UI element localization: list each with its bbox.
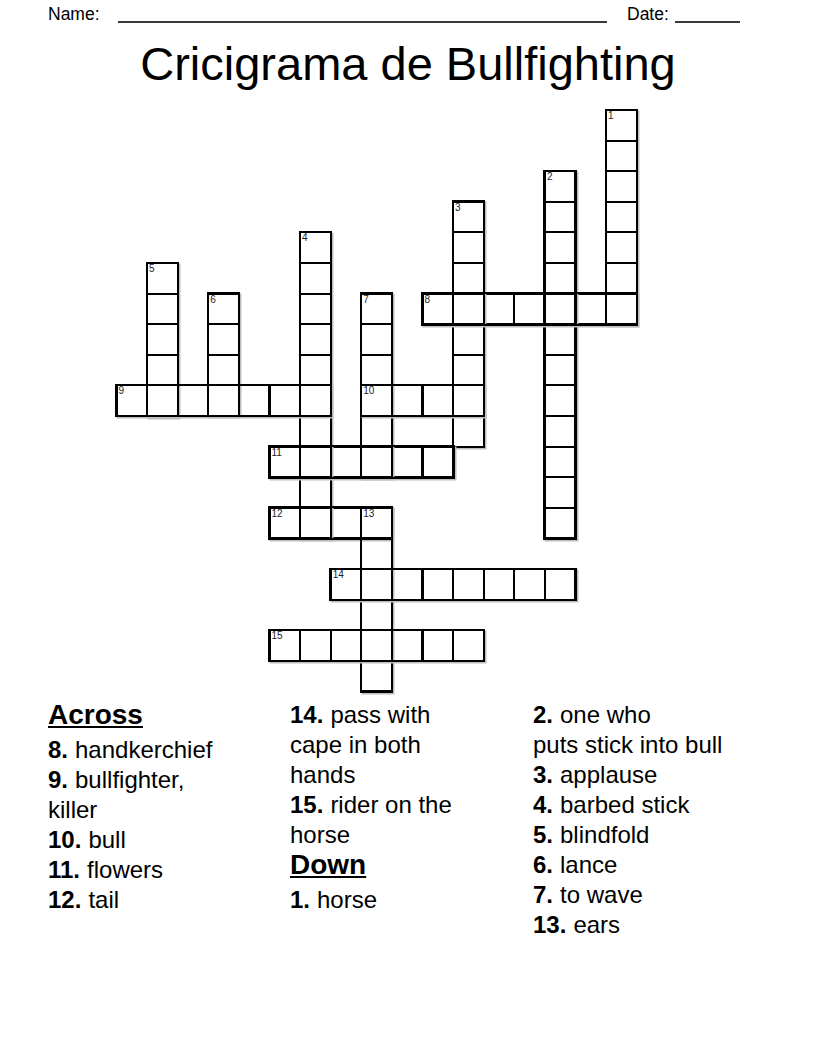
grid-cell[interactable] bbox=[422, 568, 455, 601]
clue-number-label: 6. bbox=[533, 851, 553, 878]
grid-cell[interactable] bbox=[452, 231, 485, 264]
grid-cell[interactable] bbox=[605, 140, 638, 173]
down-heading: Down bbox=[290, 850, 510, 880]
grid-cell[interactable] bbox=[513, 568, 546, 601]
grid-cell[interactable] bbox=[452, 323, 485, 356]
grid-cell[interactable] bbox=[391, 384, 424, 417]
grid-cell[interactable] bbox=[452, 568, 485, 601]
clue-number-label: 2. bbox=[533, 701, 553, 728]
clue-number-label: 13. bbox=[533, 911, 566, 938]
grid-cell[interactable] bbox=[269, 384, 302, 417]
clue-down-6: 6.lance bbox=[533, 850, 791, 880]
clue-number-label: 8. bbox=[48, 736, 68, 763]
grid-cell[interactable] bbox=[330, 446, 363, 479]
grid-cell[interactable] bbox=[544, 201, 577, 234]
grid-cell[interactable] bbox=[452, 384, 485, 417]
clue-down-7: 7.to wave bbox=[533, 880, 791, 910]
grid-cell[interactable] bbox=[146, 384, 179, 417]
grid-cell[interactable] bbox=[330, 507, 363, 540]
grid-cell[interactable] bbox=[299, 323, 332, 356]
grid-cell[interactable] bbox=[360, 323, 393, 356]
grid-cell[interactable] bbox=[299, 476, 332, 509]
grid-clue-number: 8 bbox=[425, 295, 431, 305]
clue-number-label: 11. bbox=[48, 856, 80, 883]
grid-cell[interactable] bbox=[360, 354, 393, 387]
clue-text: to wave bbox=[560, 881, 643, 908]
name-label: Name: bbox=[48, 4, 100, 25]
clue-across-14: 14.pass with cape in both hands bbox=[290, 700, 510, 790]
clue-number-label: 3. bbox=[533, 761, 553, 788]
clue-text: barbed stick bbox=[560, 791, 689, 818]
grid-cell[interactable] bbox=[238, 384, 271, 417]
grid-clue-number: 12 bbox=[272, 509, 283, 519]
grid-cell[interactable] bbox=[544, 507, 577, 540]
grid-cell[interactable] bbox=[299, 507, 332, 540]
grid-cell[interactable] bbox=[422, 629, 455, 662]
clue-across-8: 8.handkerchief bbox=[48, 735, 288, 765]
grid-clue-number: 7 bbox=[363, 295, 369, 305]
grid-cell[interactable] bbox=[391, 568, 424, 601]
grid-cell[interactable] bbox=[605, 231, 638, 264]
grid-clue-number: 2 bbox=[547, 172, 553, 182]
grid-clue-number: 9 bbox=[119, 386, 125, 396]
grid-cell[interactable] bbox=[544, 446, 577, 479]
clue-text: lance bbox=[560, 851, 617, 878]
grid-cell[interactable] bbox=[452, 262, 485, 295]
grid-cell[interactable] bbox=[422, 446, 455, 479]
grid-clue-number: 11 bbox=[272, 448, 282, 458]
grid-clue-number: 10 bbox=[363, 386, 374, 396]
clue-number-label: 7. bbox=[533, 881, 553, 908]
clue-down-4: 4.barbed stick bbox=[533, 790, 791, 820]
grid-cell[interactable] bbox=[544, 262, 577, 295]
clue-down-2: 2.one who puts stick into bull bbox=[533, 700, 791, 760]
clue-down-3: 3.applause bbox=[533, 760, 791, 790]
clue-number-label: 4. bbox=[533, 791, 553, 818]
grid-cell[interactable] bbox=[146, 293, 179, 326]
grid-cell[interactable] bbox=[299, 354, 332, 387]
grid-cell[interactable] bbox=[360, 660, 393, 693]
clue-number-label: 9. bbox=[48, 766, 68, 793]
clue-across-10: 10.bull bbox=[48, 825, 288, 855]
grid-cell[interactable] bbox=[605, 201, 638, 234]
grid-cell[interactable] bbox=[452, 415, 485, 448]
date-fill-line[interactable] bbox=[675, 21, 740, 23]
grid-cell[interactable] bbox=[330, 629, 363, 662]
grid-cell[interactable] bbox=[513, 293, 546, 326]
page-title: Cricigrama de Bullfighting bbox=[0, 36, 816, 91]
clue-text: ears bbox=[573, 911, 620, 938]
clue-column-down: 2.one who puts stick into bull 3.applaus… bbox=[533, 700, 791, 940]
clue-number-label: 14. bbox=[290, 701, 323, 728]
clue-text: handkerchief bbox=[75, 736, 212, 763]
grid-cell[interactable] bbox=[483, 293, 516, 326]
grid-clue-number: 5 bbox=[149, 264, 155, 274]
grid-clue-number: 3 bbox=[455, 203, 461, 213]
grid-cell[interactable] bbox=[544, 476, 577, 509]
clue-text: blindfold bbox=[560, 821, 649, 848]
grid-cell[interactable] bbox=[360, 446, 393, 479]
clue-number-label: 12. bbox=[48, 886, 81, 913]
clue-down-1: 1.horse bbox=[290, 885, 510, 915]
crossword-grid: 123456789101112131415 bbox=[117, 110, 668, 692]
grid-cell[interactable] bbox=[544, 384, 577, 417]
clue-text: flowers bbox=[87, 856, 163, 883]
clue-text: tail bbox=[88, 886, 119, 913]
grid-clue-number: 1 bbox=[608, 111, 614, 121]
grid-cell[interactable] bbox=[483, 568, 516, 601]
clue-number-label: 15. bbox=[290, 791, 323, 818]
grid-cell[interactable] bbox=[177, 384, 210, 417]
grid-cell[interactable] bbox=[544, 293, 577, 326]
grid-cell[interactable] bbox=[544, 323, 577, 356]
clue-across-15: 15.rider on the horse bbox=[290, 790, 510, 850]
grid-clue-number: 4 bbox=[302, 233, 308, 243]
grid-clue-number: 14 bbox=[333, 570, 344, 580]
grid-cell[interactable] bbox=[207, 354, 240, 387]
clue-down-13: 13.ears bbox=[533, 910, 791, 940]
grid-cell[interactable] bbox=[391, 446, 424, 479]
grid-cell[interactable] bbox=[360, 599, 393, 632]
grid-cell[interactable] bbox=[299, 415, 332, 448]
clue-across-12: 12.tail bbox=[48, 885, 288, 915]
grid-cell[interactable] bbox=[146, 323, 179, 356]
clue-text: bull bbox=[88, 826, 125, 853]
grid-cell[interactable] bbox=[207, 323, 240, 356]
grid-cell[interactable] bbox=[452, 293, 485, 326]
grid-cell[interactable] bbox=[575, 293, 608, 326]
grid-cell[interactable] bbox=[391, 629, 424, 662]
grid-cell[interactable] bbox=[544, 231, 577, 264]
clue-text: bullfighter, killer bbox=[48, 766, 184, 823]
clue-column-across: Across 8.handkerchief 9.bullfighter, kil… bbox=[48, 700, 288, 915]
clue-across-11: 11.flowers bbox=[48, 855, 288, 885]
grid-cell[interactable] bbox=[605, 170, 638, 203]
grid-cell[interactable] bbox=[544, 354, 577, 387]
grid-cell[interactable] bbox=[299, 293, 332, 326]
grid-cell[interactable] bbox=[452, 629, 485, 662]
grid-cell[interactable] bbox=[360, 629, 393, 662]
clue-text: one who puts stick into bull bbox=[533, 701, 722, 758]
grid-cell[interactable] bbox=[452, 354, 485, 387]
grid-cell[interactable] bbox=[360, 568, 393, 601]
clue-text: horse bbox=[317, 886, 377, 913]
grid-clue-number: 13 bbox=[363, 509, 374, 519]
grid-cell[interactable] bbox=[605, 293, 638, 326]
grid-cell[interactable] bbox=[207, 384, 240, 417]
grid-cell[interactable] bbox=[422, 384, 455, 417]
clue-column-middle: 14.pass with cape in both hands 15.rider… bbox=[290, 700, 510, 915]
grid-clue-number: 15 bbox=[272, 631, 283, 641]
name-fill-line[interactable] bbox=[118, 21, 607, 23]
clue-number-label: 10. bbox=[48, 826, 81, 853]
clue-down-5: 5.blindfold bbox=[533, 820, 791, 850]
grid-cell[interactable] bbox=[146, 354, 179, 387]
clue-across-9: 9.bullfighter, killer bbox=[48, 765, 288, 825]
date-label: Date: bbox=[627, 4, 669, 25]
grid-cell[interactable] bbox=[360, 415, 393, 448]
grid-cell[interactable] bbox=[299, 629, 332, 662]
clue-text: applause bbox=[560, 761, 657, 788]
clue-number-label: 5. bbox=[533, 821, 553, 848]
grid-cell[interactable] bbox=[605, 262, 638, 295]
grid-cell[interactable] bbox=[544, 415, 577, 448]
grid-cell[interactable] bbox=[360, 537, 393, 570]
grid-clue-number: 6 bbox=[210, 295, 216, 305]
grid-cell[interactable] bbox=[299, 262, 332, 295]
across-heading: Across bbox=[48, 700, 288, 730]
grid-cell[interactable] bbox=[299, 384, 332, 417]
grid-cell[interactable] bbox=[544, 568, 577, 601]
clue-number-label: 1. bbox=[290, 886, 310, 913]
grid-cell[interactable] bbox=[299, 446, 332, 479]
